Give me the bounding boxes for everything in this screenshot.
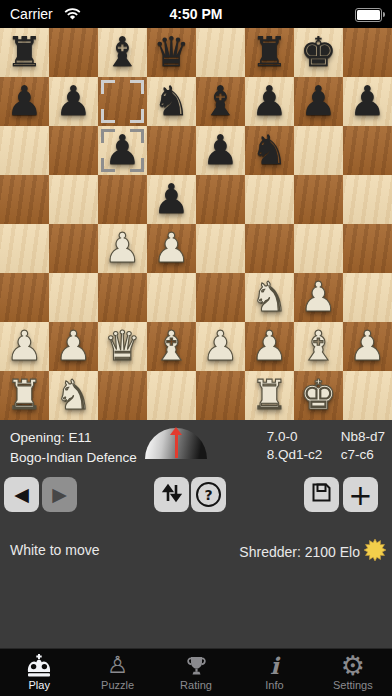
tab-rating-label: Rating xyxy=(180,679,212,691)
piece-white-rook: ♜ xyxy=(0,371,49,420)
flip-board-button[interactable] xyxy=(154,477,189,512)
chess-board: ♜♝♛♜♚♟♟♞♝♟♟♟♟♟♞♟♟♟♞♟♟♟♛♝♟♟♝♟♜♞♜♚ xyxy=(0,28,392,420)
piece-black-bishop: ♝ xyxy=(196,77,245,126)
square-h8[interactable] xyxy=(343,28,392,77)
piece-white-pawn: ♟ xyxy=(49,322,98,371)
square-c7[interactable] xyxy=(98,77,147,126)
square-b1[interactable]: ♞ xyxy=(49,371,98,420)
square-a4[interactable] xyxy=(0,224,49,273)
piece-black-pawn: ♟ xyxy=(0,77,49,126)
square-d6[interactable] xyxy=(147,126,196,175)
move-black: Nb8-d7 xyxy=(341,429,385,444)
square-h6[interactable] xyxy=(343,126,392,175)
forward-icon: ▶ xyxy=(52,477,67,512)
engine-strength-label: Shredder: 2100 Elo xyxy=(239,544,360,560)
square-f2[interactable]: ♟ xyxy=(245,322,294,371)
square-a7[interactable]: ♟ xyxy=(0,77,49,126)
clock: 4:50 PM xyxy=(0,6,392,22)
square-b3[interactable] xyxy=(49,273,98,322)
square-h7[interactable]: ♟ xyxy=(343,77,392,126)
move-white: 7.0-0 xyxy=(267,429,331,444)
opening-name: Bogo-Indian Defence xyxy=(10,450,137,465)
piece-white-pawn: ♟ xyxy=(147,224,196,273)
square-h4[interactable] xyxy=(343,224,392,273)
square-a3[interactable] xyxy=(0,273,49,322)
evaluation-gauge-icon xyxy=(145,427,207,459)
square-c4[interactable]: ♟ xyxy=(98,224,147,273)
tab-settings[interactable]: ⚙ Settings xyxy=(314,649,392,696)
save-button[interactable] xyxy=(304,477,339,512)
piece-black-knight: ♞ xyxy=(245,126,294,175)
forward-button[interactable]: ▶ xyxy=(42,477,77,512)
square-e8[interactable] xyxy=(196,28,245,77)
piece-black-rook: ♜ xyxy=(0,28,49,77)
square-c1[interactable] xyxy=(98,371,147,420)
square-e2[interactable]: ♟ xyxy=(196,322,245,371)
highlight-corner xyxy=(101,158,115,172)
back-button[interactable]: ◀ xyxy=(4,477,39,512)
square-b8[interactable] xyxy=(49,28,98,77)
move-white: 8.Qd1-c2 xyxy=(267,447,331,462)
tab-info[interactable]: i Info xyxy=(235,649,313,696)
square-e3[interactable] xyxy=(196,273,245,322)
square-f5[interactable] xyxy=(245,175,294,224)
piece-white-bishop: ♝ xyxy=(147,322,196,371)
square-g7[interactable]: ♟ xyxy=(294,77,343,126)
square-a8[interactable]: ♜ xyxy=(0,28,49,77)
piece-black-rook: ♜ xyxy=(245,28,294,77)
piece-white-queen: ♛ xyxy=(98,322,147,371)
square-b4[interactable] xyxy=(49,224,98,273)
square-g2[interactable]: ♝ xyxy=(294,322,343,371)
tab-rating[interactable]: Rating xyxy=(157,649,235,696)
square-a1[interactable]: ♜ xyxy=(0,371,49,420)
piece-white-king: ♚ xyxy=(294,371,343,420)
square-f7[interactable]: ♟ xyxy=(245,77,294,126)
square-b5[interactable] xyxy=(49,175,98,224)
updown-arrows-icon xyxy=(161,482,183,508)
status-bar: Carrier 4:50 PM xyxy=(0,0,392,28)
square-c8[interactable]: ♝ xyxy=(98,28,147,77)
move-black: c7-c6 xyxy=(341,447,385,462)
square-h5[interactable] xyxy=(343,175,392,224)
square-a2[interactable]: ♟ xyxy=(0,322,49,371)
new-game-button[interactable]: + xyxy=(343,477,378,512)
tab-info-label: Info xyxy=(265,679,283,691)
square-f4[interactable] xyxy=(245,224,294,273)
highlight-corner xyxy=(130,129,144,143)
tab-puzzle-label: Puzzle xyxy=(101,679,134,691)
floppy-save-icon xyxy=(311,482,332,507)
piece-white-knight: ♞ xyxy=(245,273,294,322)
piece-black-pawn: ♟ xyxy=(147,175,196,224)
back-icon: ◀ xyxy=(14,477,29,512)
square-c3[interactable] xyxy=(98,273,147,322)
square-g4[interactable] xyxy=(294,224,343,273)
square-c2[interactable]: ♛ xyxy=(98,322,147,371)
square-b6[interactable] xyxy=(49,126,98,175)
square-f3[interactable]: ♞ xyxy=(245,273,294,322)
square-b7[interactable]: ♟ xyxy=(49,77,98,126)
highlight-corner xyxy=(101,109,115,123)
square-a5[interactable] xyxy=(0,175,49,224)
tab-play[interactable]: Play xyxy=(0,649,78,696)
square-g3[interactable]: ♟ xyxy=(294,273,343,322)
opening-code: Opening: E11 xyxy=(10,430,92,445)
highlight-corner xyxy=(101,80,115,94)
highlight-corner xyxy=(130,80,144,94)
gauge-needle xyxy=(175,434,178,458)
square-h2[interactable]: ♟ xyxy=(343,322,392,371)
move-list: 7.0-0Nb8-d78.Qd1-c2c7-c6 xyxy=(267,429,385,462)
tab-bar: Play ♙ Puzzle Rating i Info ⚙ S xyxy=(0,648,392,696)
square-f8[interactable]: ♜ xyxy=(245,28,294,77)
battery-full-icon xyxy=(355,8,382,22)
piece-black-pawn: ♟ xyxy=(294,77,343,126)
square-e1[interactable] xyxy=(196,371,245,420)
square-f6[interactable]: ♞ xyxy=(245,126,294,175)
info-icon: i xyxy=(270,653,279,678)
square-e4[interactable] xyxy=(196,224,245,273)
square-c6[interactable]: ♟ xyxy=(98,126,147,175)
piece-black-pawn: ♟ xyxy=(343,77,392,126)
square-b2[interactable]: ♟ xyxy=(49,322,98,371)
square-e6[interactable]: ♟ xyxy=(196,126,245,175)
square-d7[interactable]: ♞ xyxy=(147,77,196,126)
engine-status: Shredder: 2100 Elo xyxy=(239,539,386,564)
square-g5[interactable] xyxy=(294,175,343,224)
piece-white-pawn: ♟ xyxy=(343,322,392,371)
square-e5[interactable] xyxy=(196,175,245,224)
square-c5[interactable] xyxy=(98,175,147,224)
square-d1[interactable] xyxy=(147,371,196,420)
piece-white-pawn: ♟ xyxy=(98,224,147,273)
square-g8[interactable]: ♚ xyxy=(294,28,343,77)
square-h1[interactable] xyxy=(343,371,392,420)
piece-white-bishop: ♝ xyxy=(294,322,343,371)
hint-button[interactable]: ? xyxy=(191,477,226,512)
square-f1[interactable]: ♜ xyxy=(245,371,294,420)
square-g1[interactable]: ♚ xyxy=(294,371,343,420)
square-d2[interactable]: ♝ xyxy=(147,322,196,371)
piece-white-pawn: ♟ xyxy=(196,322,245,371)
piece-black-king: ♚ xyxy=(294,28,343,77)
gauge-needle-head xyxy=(170,427,182,435)
gear-icon: ⚙ xyxy=(341,653,365,678)
square-d5[interactable]: ♟ xyxy=(147,175,196,224)
square-d4[interactable]: ♟ xyxy=(147,224,196,273)
piece-white-knight: ♞ xyxy=(49,371,98,420)
sun-icon xyxy=(364,539,386,564)
piece-black-knight: ♞ xyxy=(147,77,196,126)
tab-puzzle[interactable]: ♙ Puzzle xyxy=(78,649,156,696)
piece-black-pawn: ♟ xyxy=(196,126,245,175)
piece-white-pawn: ♟ xyxy=(294,273,343,322)
square-d8[interactable]: ♛ xyxy=(147,28,196,77)
pawn-icon: ♙ xyxy=(107,653,129,678)
crown-icon xyxy=(24,653,54,678)
piece-white-pawn: ♟ xyxy=(0,322,49,371)
shredder-chess-app: Carrier 4:50 PM ♜♝♛♜♚♟♟♞♝♟♟♟♟♟♞♟♟♟♞♟♟♟♛♝… xyxy=(0,0,392,696)
piece-white-pawn: ♟ xyxy=(245,322,294,371)
square-a6[interactable] xyxy=(0,126,49,175)
turn-indicator: White to move xyxy=(10,542,99,558)
piece-black-queen: ♛ xyxy=(147,28,196,77)
piece-black-bishop: ♝ xyxy=(98,28,147,77)
trophy-icon xyxy=(184,653,209,678)
square-d3[interactable] xyxy=(147,273,196,322)
piece-black-pawn: ♟ xyxy=(49,77,98,126)
question-icon: ? xyxy=(196,482,221,507)
tab-settings-label: Settings xyxy=(333,679,373,691)
piece-white-rook: ♜ xyxy=(245,371,294,420)
plus-icon: + xyxy=(348,479,372,511)
highlight-corner xyxy=(130,109,144,123)
highlight-corner xyxy=(101,129,115,143)
square-h3[interactable] xyxy=(343,273,392,322)
tab-play-label: Play xyxy=(29,679,50,691)
piece-black-pawn: ♟ xyxy=(245,77,294,126)
highlight-corner xyxy=(130,158,144,172)
square-g6[interactable] xyxy=(294,126,343,175)
square-e7[interactable]: ♝ xyxy=(196,77,245,126)
